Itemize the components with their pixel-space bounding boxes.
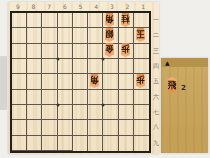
board-cell[interactable]: [42, 13, 57, 28]
board-cell[interactable]: [134, 59, 149, 74]
board-cell[interactable]: [42, 74, 57, 89]
file-label: 7: [41, 2, 57, 11]
board-cell[interactable]: [27, 59, 42, 74]
board-cell[interactable]: [73, 120, 88, 135]
board-cell[interactable]: [12, 74, 27, 89]
board-cell[interactable]: [119, 120, 134, 135]
board-cell[interactable]: [42, 136, 57, 151]
rank-label: 三: [152, 44, 160, 59]
board-cell[interactable]: [58, 13, 73, 28]
file-labels: 987654321: [10, 2, 151, 11]
board-cell[interactable]: [119, 136, 134, 151]
board-cell[interactable]: [134, 13, 149, 28]
board-cell[interactable]: [58, 105, 73, 120]
board-cell[interactable]: [27, 90, 42, 105]
board-cell[interactable]: [27, 44, 42, 59]
background-sliver: [0, 56, 7, 110]
hand-piece-rook[interactable]: 飛: [165, 77, 179, 92]
board-cell[interactable]: [27, 120, 42, 135]
board-cell[interactable]: [12, 13, 27, 28]
board-cell[interactable]: [58, 59, 73, 74]
piece-kanji: 歩: [136, 76, 145, 85]
board-cell[interactable]: [103, 105, 118, 120]
board-cell[interactable]: [88, 105, 103, 120]
board-cell[interactable]: [119, 105, 134, 120]
board-cell[interactable]: [134, 90, 149, 105]
rank-label: 五: [152, 74, 160, 89]
file-label: 8: [26, 2, 42, 11]
board-cell[interactable]: [103, 136, 118, 151]
board-cell[interactable]: [134, 44, 149, 59]
board-cell[interactable]: [42, 105, 57, 120]
rank-label: 四: [152, 59, 160, 74]
board-cell[interactable]: [103, 90, 118, 105]
file-label: 2: [120, 2, 136, 11]
rank-label: 二: [152, 28, 160, 43]
board-cell[interactable]: [58, 136, 73, 151]
board-cell[interactable]: [119, 74, 134, 89]
board-cell[interactable]: [27, 136, 42, 151]
board-cell[interactable]: [58, 28, 73, 43]
piece-kanji: 金: [105, 45, 114, 54]
board-grid: [12, 13, 149, 151]
piece-kanji: 角: [105, 14, 114, 23]
board-cell[interactable]: [12, 120, 27, 135]
board-cell[interactable]: [88, 59, 103, 74]
board-cell[interactable]: [119, 90, 134, 105]
board-cell[interactable]: [73, 105, 88, 120]
board-cell[interactable]: [134, 136, 149, 151]
star-point: [102, 104, 105, 107]
file-label: 9: [10, 2, 26, 11]
board-cell[interactable]: [42, 28, 57, 43]
board-cell[interactable]: [12, 90, 27, 105]
piece-kanji: 歩: [121, 45, 130, 54]
board-cell[interactable]: [27, 28, 42, 43]
file-label: 4: [88, 2, 104, 11]
star-point: [56, 58, 59, 61]
star-point: [102, 58, 105, 61]
board-cell[interactable]: [134, 120, 149, 135]
board-cell[interactable]: [73, 74, 88, 89]
board-cell[interactable]: [73, 59, 88, 74]
board-cell[interactable]: [58, 90, 73, 105]
rank-label: 九: [152, 136, 160, 151]
board-cell[interactable]: [58, 120, 73, 135]
board-cell[interactable]: [58, 44, 73, 59]
board-cell[interactable]: [73, 136, 88, 151]
board-cell[interactable]: [103, 120, 118, 135]
komadai-sente: ▲ 飛 2: [161, 58, 208, 153]
board-cell[interactable]: [88, 120, 103, 135]
board-cell[interactable]: [12, 59, 27, 74]
komadai-header: ▲: [161, 58, 208, 67]
board-grid-border: [10, 11, 151, 153]
board-cell[interactable]: [42, 59, 57, 74]
board-cell[interactable]: [73, 44, 88, 59]
file-label: 6: [57, 2, 73, 11]
board-cell[interactable]: [73, 13, 88, 28]
board-cell[interactable]: [12, 136, 27, 151]
board-cell[interactable]: [73, 28, 88, 43]
rank-label: 一: [152, 13, 160, 28]
board-cell[interactable]: [42, 90, 57, 105]
rank-labels: 一二三四五六七八九: [152, 13, 160, 151]
file-label: 3: [104, 2, 120, 11]
board-cell[interactable]: [103, 59, 118, 74]
board-cell[interactable]: [27, 74, 42, 89]
board-cell[interactable]: [88, 13, 103, 28]
file-label: 1: [135, 2, 151, 11]
piece-kanji: 桂: [121, 14, 130, 23]
board-cell[interactable]: [73, 90, 88, 105]
sente-marker-icon: ▲: [165, 60, 170, 66]
board-cell[interactable]: [119, 28, 134, 43]
board-cell[interactable]: [88, 90, 103, 105]
hand-piece-count: 2: [181, 84, 186, 92]
file-label: 5: [73, 2, 89, 11]
piece-kanji: 銀: [105, 30, 114, 39]
board-cell[interactable]: [42, 120, 57, 135]
board-cell[interactable]: [88, 44, 103, 59]
board-cell[interactable]: [12, 28, 27, 43]
rank-label: 七: [152, 105, 160, 120]
board-cell[interactable]: [42, 44, 57, 59]
board-cell[interactable]: [12, 44, 27, 59]
star-point: [56, 104, 59, 107]
board-cell[interactable]: [27, 105, 42, 120]
piece-kanji: 角: [90, 76, 99, 85]
board-cell[interactable]: [27, 13, 42, 28]
rank-label: 六: [152, 90, 160, 105]
piece-kanji: 玉: [136, 30, 145, 39]
board-cell[interactable]: [134, 105, 149, 120]
board-cell[interactable]: [103, 74, 118, 89]
shogi-board-panel: 987654321 一二三四五六七八九 角桂玉銀金歩角歩: [8, 2, 159, 154]
hand-piece-kanji: 飛: [168, 81, 177, 90]
board-cell[interactable]: [119, 59, 134, 74]
rank-label: 八: [152, 120, 160, 135]
board-cell[interactable]: [88, 28, 103, 43]
board-cell[interactable]: [58, 74, 73, 89]
board-cell[interactable]: [12, 105, 27, 120]
board-cell[interactable]: [88, 136, 103, 151]
